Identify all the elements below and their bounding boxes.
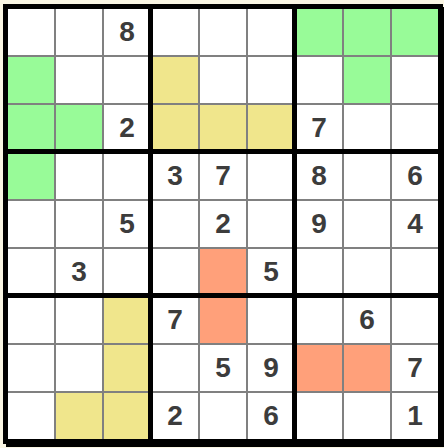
cell-r3c4[interactable] (152, 105, 198, 151)
cell-r3c6[interactable] (248, 105, 294, 151)
cell-r5c3[interactable]: 5 (104, 201, 150, 247)
cell-r1c2[interactable] (56, 9, 102, 55)
cell-r9c1[interactable] (8, 393, 54, 439)
cell-r7c9[interactable] (392, 297, 438, 343)
cell-r6c7[interactable] (296, 249, 342, 295)
cell-r2c5[interactable] (200, 57, 246, 103)
cell-r6c3[interactable] (104, 249, 150, 295)
cell-r1c7[interactable] (296, 9, 342, 55)
cell-r5c5[interactable]: 2 (200, 201, 246, 247)
cell-r2c8[interactable] (344, 57, 390, 103)
cell-r4c6[interactable] (248, 153, 294, 199)
cell-r2c6[interactable] (248, 57, 294, 103)
cell-r5c2[interactable] (56, 201, 102, 247)
cell-r1c6[interactable] (248, 9, 294, 55)
cell-r5c9[interactable]: 4 (392, 201, 438, 247)
cell-r3c7[interactable]: 7 (296, 105, 342, 151)
cell-r2c1[interactable] (8, 57, 54, 103)
cell-r6c2[interactable]: 3 (56, 249, 102, 295)
cell-r4c9[interactable]: 6 (392, 153, 438, 199)
cell-r8c6[interactable]: 9 (248, 345, 294, 391)
cell-r9c7[interactable] (296, 393, 342, 439)
cell-r6c5[interactable] (200, 249, 246, 295)
cell-r3c3[interactable]: 2 (104, 105, 150, 151)
cell-r9c8[interactable] (344, 393, 390, 439)
cell-r6c4[interactable] (152, 249, 198, 295)
cell-r1c4[interactable] (152, 9, 198, 55)
cell-r4c8[interactable] (344, 153, 390, 199)
cell-r8c9[interactable]: 7 (392, 345, 438, 391)
cell-r2c3[interactable] (104, 57, 150, 103)
cell-r6c9[interactable] (392, 249, 438, 295)
cell-r2c2[interactable] (56, 57, 102, 103)
cell-r9c9[interactable]: 1 (392, 393, 438, 439)
cell-r4c3[interactable] (104, 153, 150, 199)
cell-r1c3[interactable]: 8 (104, 9, 150, 55)
cell-r8c4[interactable] (152, 345, 198, 391)
cell-r7c4[interactable]: 7 (152, 297, 198, 343)
cell-r8c2[interactable] (56, 345, 102, 391)
cell-r3c9[interactable] (392, 105, 438, 151)
cell-r1c5[interactable] (200, 9, 246, 55)
cell-r6c1[interactable] (8, 249, 54, 295)
cell-r5c4[interactable] (152, 201, 198, 247)
cell-r4c2[interactable] (56, 153, 102, 199)
cell-r7c2[interactable] (56, 297, 102, 343)
cell-r4c4[interactable]: 3 (152, 153, 198, 199)
cell-r5c7[interactable]: 9 (296, 201, 342, 247)
cell-r4c5[interactable]: 7 (200, 153, 246, 199)
cell-r2c7[interactable] (296, 57, 342, 103)
cell-r9c2[interactable] (56, 393, 102, 439)
cell-r4c7[interactable]: 8 (296, 153, 342, 199)
cell-r7c7[interactable] (296, 297, 342, 343)
cell-r2c4[interactable] (152, 57, 198, 103)
cell-r4c1[interactable] (8, 153, 54, 199)
cell-r7c5[interactable] (200, 297, 246, 343)
cell-r5c1[interactable] (8, 201, 54, 247)
cell-r7c3[interactable] (104, 297, 150, 343)
cell-r8c1[interactable] (8, 345, 54, 391)
cell-r5c6[interactable] (248, 201, 294, 247)
cell-r8c5[interactable]: 5 (200, 345, 246, 391)
cell-r9c4[interactable]: 2 (152, 393, 198, 439)
cell-r5c8[interactable] (344, 201, 390, 247)
cell-r7c1[interactable] (8, 297, 54, 343)
cell-r7c6[interactable] (248, 297, 294, 343)
cell-r8c8[interactable] (344, 345, 390, 391)
cell-r1c1[interactable] (8, 9, 54, 55)
cell-r1c8[interactable] (344, 9, 390, 55)
cell-r3c8[interactable] (344, 105, 390, 151)
cell-r8c3[interactable] (104, 345, 150, 391)
sudoku-board: 827378652943576597261 (3, 4, 443, 444)
cell-r1c9[interactable] (392, 9, 438, 55)
cell-r3c2[interactable] (56, 105, 102, 151)
cell-r3c1[interactable] (8, 105, 54, 151)
sudoku-grid: 827378652943576597261 (8, 9, 438, 439)
cell-r6c6[interactable]: 5 (248, 249, 294, 295)
cell-r3c5[interactable] (200, 105, 246, 151)
cell-r8c7[interactable] (296, 345, 342, 391)
cell-r9c6[interactable]: 6 (248, 393, 294, 439)
cell-r2c9[interactable] (392, 57, 438, 103)
cell-r9c5[interactable] (200, 393, 246, 439)
cell-r6c8[interactable] (344, 249, 390, 295)
cell-r9c3[interactable] (104, 393, 150, 439)
cell-r7c8[interactable]: 6 (344, 297, 390, 343)
